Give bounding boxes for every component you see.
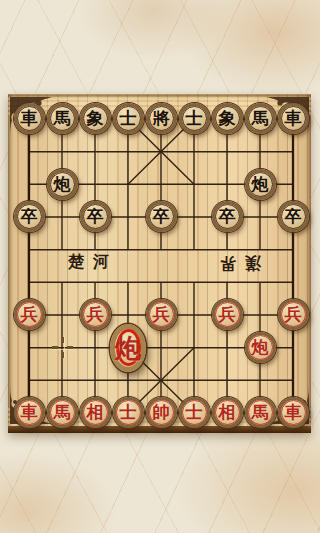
board-point[interactable] [145,135,178,168]
piece-red-advisor[interactable]: 士 [113,397,144,428]
board-point[interactable] [277,135,310,168]
board-point[interactable] [112,168,145,201]
piece-red-chariot[interactable]: 車 [278,397,309,428]
board-point[interactable] [277,364,310,397]
board-point[interactable]: 馬 [46,103,79,136]
piece-red-soldier[interactable]: 兵 [278,299,309,330]
board-point[interactable] [178,331,211,364]
piece-character: 馬 [252,110,269,127]
board-point[interactable]: 卒 [79,201,112,234]
piece-character: 象 [87,110,104,127]
board-point[interactable] [112,266,145,299]
piece-character: 車 [21,110,38,127]
piece-black-horse[interactable]: 馬 [47,103,78,134]
board-point[interactable]: 帥 [145,397,178,430]
board-point[interactable]: 車 [13,397,46,430]
piece-red-soldier[interactable]: 兵 [80,299,111,330]
board-point[interactable]: 炮 [112,331,145,364]
move-origin-marker [52,337,73,358]
piece-character: 卒 [21,208,38,225]
board-point[interactable]: 炮 [244,331,277,364]
piece-character: 卒 [153,208,170,225]
board-point[interactable]: 士 [112,103,145,136]
board-point[interactable]: 卒 [277,201,310,234]
board-grid: 車馬象士將士象馬車炮炮卒卒卒卒卒兵兵兵兵兵炮炮車馬相士帥士相馬車 [13,103,310,430]
piece-character: 帥 [153,404,170,421]
board-point[interactable] [13,233,46,266]
board-point[interactable] [13,168,46,201]
board-point[interactable] [13,364,46,397]
board-point[interactable] [46,201,79,234]
board-point[interactable] [277,331,310,364]
board-point[interactable]: 兵 [277,299,310,332]
board-point[interactable] [277,168,310,201]
board-point[interactable] [211,266,244,299]
board-point[interactable] [244,201,277,234]
board-point[interactable]: 卒 [145,201,178,234]
board-point[interactable] [46,266,79,299]
board-point[interactable] [178,201,211,234]
piece-character: 炮 [252,176,269,193]
board-point[interactable] [13,266,46,299]
piece-black-soldier[interactable]: 卒 [80,201,111,232]
board-point[interactable] [79,266,112,299]
piece-red-soldier[interactable]: 兵 [14,299,45,330]
piece-black-chariot[interactable]: 車 [278,103,309,134]
board-point[interactable]: 兵 [79,299,112,332]
board-point[interactable]: 兵 [145,299,178,332]
board-point[interactable] [13,135,46,168]
piece-character: 兵 [21,306,38,323]
board-point[interactable] [79,233,112,266]
app-background: { "game": "xiangqi", "river": { "left": … [0,0,320,533]
piece-character: 炮 [252,339,269,356]
board-point[interactable]: 卒 [13,201,46,234]
board-point[interactable] [178,364,211,397]
piece-character: 卒 [219,208,236,225]
piece-character: 相 [219,404,236,421]
piece-black-advisor[interactable]: 士 [179,103,210,134]
board-point[interactable]: 象 [79,103,112,136]
piece-red-elephant[interactable]: 相 [212,397,243,428]
piece-black-soldier[interactable]: 卒 [14,201,45,232]
piece-black-elephant[interactable]: 象 [212,103,243,134]
board-point[interactable] [46,299,79,332]
board-point[interactable] [79,331,112,364]
board-point[interactable] [79,135,112,168]
board-point[interactable] [211,233,244,266]
piece-red-cannon[interactable]: 炮 [110,324,146,372]
piece-character: 卒 [87,208,104,225]
board-point[interactable] [277,266,310,299]
board-point[interactable]: 車 [277,103,310,136]
piece-character: 將 [153,110,170,127]
piece-character: 象 [219,110,236,127]
board-point[interactable] [244,299,277,332]
piece-black-cannon[interactable]: 炮 [245,169,276,200]
board-point[interactable]: 馬 [46,397,79,430]
piece-red-elephant[interactable]: 相 [80,397,111,428]
board-point[interactable]: 兵 [13,299,46,332]
board-point[interactable] [112,201,145,234]
board-point[interactable]: 炮 [46,168,79,201]
board-point[interactable] [244,364,277,397]
piece-black-cannon[interactable]: 炮 [47,169,78,200]
piece-black-chariot[interactable]: 車 [14,103,45,134]
board-point[interactable] [145,168,178,201]
board-point[interactable] [112,135,145,168]
board-point[interactable]: 炮 [244,168,277,201]
piece-red-advisor[interactable]: 士 [179,397,210,428]
board-point[interactable] [211,364,244,397]
xiangqi-board[interactable]: 楚河 漢界 車馬象士將士象馬車炮炮卒卒卒卒卒兵兵兵兵兵炮炮車馬相士帥士相馬車 [8,94,311,433]
board-point[interactable] [46,364,79,397]
board-point[interactable] [211,135,244,168]
board-point[interactable] [46,135,79,168]
piece-red-horse[interactable]: 馬 [47,397,78,428]
piece-character: 兵 [285,306,302,323]
piece-black-elephant[interactable]: 象 [80,103,111,134]
piece-character: 車 [285,404,302,421]
piece-black-advisor[interactable]: 士 [113,103,144,134]
board-point[interactable] [145,364,178,397]
board-point[interactable] [244,135,277,168]
piece-black-soldier[interactable]: 卒 [212,201,243,232]
piece-character: 士 [120,404,137,421]
piece-character: 士 [186,404,203,421]
board-point[interactable]: 相 [79,397,112,430]
piece-character: 士 [120,110,137,127]
piece-character: 馬 [252,404,269,421]
board-point[interactable] [46,331,79,364]
board-point[interactable] [178,299,211,332]
piece-character: 兵 [219,306,236,323]
board-point[interactable] [244,233,277,266]
piece-red-chariot[interactable]: 車 [14,397,45,428]
board-point[interactable] [277,233,310,266]
board-point[interactable] [46,233,79,266]
piece-red-horse[interactable]: 馬 [245,397,276,428]
piece-black-soldier[interactable]: 卒 [146,201,177,232]
board-point[interactable] [178,266,211,299]
piece-character: 馬 [54,404,71,421]
piece-red-general[interactable]: 帥 [146,397,177,428]
board-point[interactable] [211,331,244,364]
piece-red-soldier[interactable]: 兵 [212,299,243,330]
board-point[interactable] [145,266,178,299]
board-point[interactable] [244,266,277,299]
board-point[interactable] [145,331,178,364]
piece-character: 炮 [54,176,71,193]
piece-red-soldier[interactable]: 兵 [146,299,177,330]
board-point[interactable]: 車 [277,397,310,430]
board-point[interactable]: 將 [145,103,178,136]
piece-character: 炮 [115,335,141,361]
board-point[interactable]: 士 [178,103,211,136]
board-point[interactable]: 車 [13,103,46,136]
piece-red-cannon[interactable]: 炮 [245,332,276,363]
piece-character: 士 [186,110,203,127]
piece-black-horse[interactable]: 馬 [245,103,276,134]
board-point[interactable]: 相 [211,397,244,430]
board-point[interactable]: 象 [211,103,244,136]
piece-black-general[interactable]: 將 [146,103,177,134]
board-point[interactable] [178,135,211,168]
piece-character: 卒 [285,208,302,225]
board-point[interactable] [211,168,244,201]
board-point[interactable] [13,331,46,364]
piece-character: 相 [87,404,104,421]
piece-character: 車 [21,404,38,421]
piece-character: 兵 [153,306,170,323]
board-point[interactable] [145,233,178,266]
piece-black-soldier[interactable]: 卒 [278,201,309,232]
piece-character: 兵 [87,306,104,323]
board-point[interactable]: 士 [112,397,145,430]
board-point[interactable] [79,168,112,201]
board-point[interactable]: 卒 [211,201,244,234]
board-point[interactable] [178,233,211,266]
board-point[interactable]: 兵 [211,299,244,332]
board-point[interactable] [112,233,145,266]
board-point[interactable]: 馬 [244,397,277,430]
piece-character: 馬 [54,110,71,127]
piece-character: 車 [285,110,302,127]
board-point[interactable] [79,364,112,397]
board-point[interactable]: 士 [178,397,211,430]
board-point[interactable] [178,168,211,201]
board-point[interactable]: 馬 [244,103,277,136]
